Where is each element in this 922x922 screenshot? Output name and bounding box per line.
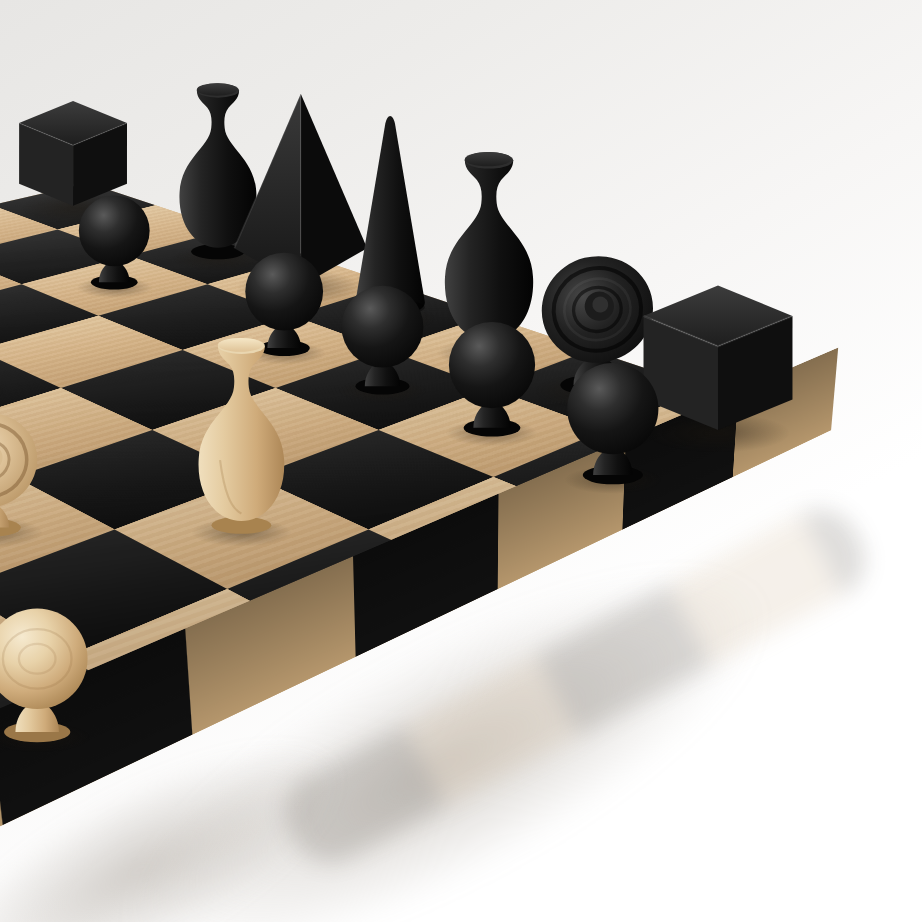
knight-tall-icon <box>0 189 7 397</box>
white-bishop-b5[interactable] <box>188 332 295 538</box>
black-pawn-a7[interactable] <box>561 360 665 486</box>
bishop-icon <box>188 332 295 538</box>
pawn-icon <box>0 605 94 745</box>
white-pawn-a3[interactable] <box>0 605 94 745</box>
white-knight-c4[interactable] <box>0 405 47 539</box>
pawn-icon <box>336 283 429 396</box>
black-rook-h8[interactable] <box>18 100 128 208</box>
pieces-layer <box>0 0 922 922</box>
black-pawn-f7[interactable] <box>74 193 154 291</box>
pawn-icon <box>74 193 154 291</box>
pawn-icon <box>561 360 665 486</box>
rook-icon <box>18 100 128 208</box>
knight-icon <box>0 405 47 539</box>
pawn-icon <box>443 319 541 439</box>
product-photo-stage: Man Ray designer chess set - wooden boar… <box>0 0 922 922</box>
black-pawn-b7[interactable] <box>443 319 541 439</box>
black-pawn-c7[interactable] <box>336 283 429 396</box>
black-knight-e5[interactable] <box>0 189 7 397</box>
